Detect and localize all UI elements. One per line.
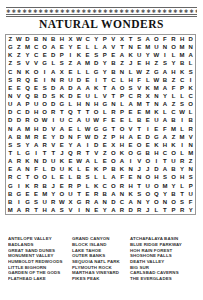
- grid-cell[interactable]: A: [15, 100, 24, 108]
- grid-cell[interactable]: W: [75, 157, 84, 165]
- grid-cell[interactable]: R: [40, 141, 49, 149]
- grid-cell[interactable]: L: [75, 125, 84, 133]
- grid-cell[interactable]: E: [126, 173, 135, 181]
- grid-cell[interactable]: S: [6, 141, 15, 149]
- grid-cell[interactable]: V: [66, 206, 75, 214]
- grid-cell[interactable]: H: [75, 100, 84, 108]
- grid-cell[interactable]: E: [126, 141, 135, 149]
- grid-cell[interactable]: A: [143, 35, 152, 43]
- grid-cell[interactable]: A: [126, 133, 135, 141]
- grid-cell[interactable]: O: [152, 181, 161, 189]
- grid-cell[interactable]: M: [143, 108, 152, 116]
- grid-cell[interactable]: L: [100, 108, 109, 116]
- grid-cell[interactable]: I: [40, 76, 49, 84]
- grid-cell[interactable]: G: [75, 198, 84, 206]
- grid-cell[interactable]: Y: [49, 190, 58, 198]
- grid-cell[interactable]: R: [15, 157, 24, 165]
- grid-cell[interactable]: H: [126, 76, 135, 84]
- grid-cell[interactable]: B: [169, 116, 178, 124]
- grid-cell[interactable]: T: [83, 149, 92, 157]
- grid-cell[interactable]: R: [92, 190, 101, 198]
- grid-cell[interactable]: U: [6, 100, 15, 108]
- grid-cell[interactable]: A: [6, 133, 15, 141]
- grid-cell[interactable]: V: [32, 59, 41, 67]
- grid-cell[interactable]: R: [75, 149, 84, 157]
- grid-cell[interactable]: N: [161, 198, 170, 206]
- grid-cell[interactable]: C: [66, 116, 75, 124]
- grid-cell[interactable]: W: [40, 116, 49, 124]
- grid-cell[interactable]: B: [6, 190, 15, 198]
- grid-cell[interactable]: Q: [23, 76, 32, 84]
- grid-cell[interactable]: V: [109, 43, 118, 51]
- grid-cell[interactable]: L: [169, 51, 178, 59]
- grid-cell[interactable]: D: [6, 108, 15, 116]
- grid-cell[interactable]: A: [58, 84, 67, 92]
- grid-cell[interactable]: I: [49, 116, 58, 124]
- grid-cell[interactable]: K: [143, 84, 152, 92]
- grid-cell[interactable]: A: [186, 51, 195, 59]
- grid-cell[interactable]: A: [75, 84, 84, 92]
- grid-cell[interactable]: D: [23, 108, 32, 116]
- grid-cell[interactable]: E: [75, 92, 84, 100]
- grid-cell[interactable]: W: [135, 68, 144, 76]
- grid-cell[interactable]: E: [58, 173, 67, 181]
- grid-cell[interactable]: B: [161, 76, 170, 84]
- grid-cell[interactable]: E: [58, 181, 67, 189]
- grid-cell[interactable]: O: [169, 149, 178, 157]
- grid-cell[interactable]: S: [161, 59, 170, 67]
- grid-cell[interactable]: T: [75, 190, 84, 198]
- grid-cell[interactable]: G: [40, 59, 49, 67]
- grid-cell[interactable]: T: [135, 181, 144, 189]
- grid-cell[interactable]: I: [75, 206, 84, 214]
- grid-cell[interactable]: L: [118, 100, 127, 108]
- grid-cell[interactable]: O: [109, 157, 118, 165]
- grid-cell[interactable]: K: [118, 149, 127, 157]
- grid-cell[interactable]: C: [6, 68, 15, 76]
- grid-cell[interactable]: B: [109, 59, 118, 67]
- grid-cell[interactable]: Y: [186, 206, 195, 214]
- grid-cell[interactable]: A: [75, 59, 84, 67]
- grid-cell[interactable]: M: [169, 125, 178, 133]
- grid-cell[interactable]: M: [23, 133, 32, 141]
- grid-cell[interactable]: K: [92, 165, 101, 173]
- grid-cell[interactable]: U: [58, 116, 67, 124]
- grid-cell[interactable]: U: [83, 92, 92, 100]
- grid-cell[interactable]: A: [161, 100, 170, 108]
- grid-cell[interactable]: K: [92, 181, 101, 189]
- grid-cell[interactable]: R: [32, 181, 41, 189]
- grid-cell[interactable]: A: [75, 116, 84, 124]
- grid-cell[interactable]: Y: [100, 59, 109, 67]
- grid-cell[interactable]: H: [92, 100, 101, 108]
- grid-cell[interactable]: U: [169, 157, 178, 165]
- grid-cell[interactable]: R: [118, 181, 127, 189]
- grid-cell[interactable]: N: [152, 100, 161, 108]
- grid-cell[interactable]: A: [126, 100, 135, 108]
- grid-cell[interactable]: E: [126, 108, 135, 116]
- grid-cell[interactable]: U: [135, 51, 144, 59]
- grid-cell[interactable]: A: [161, 165, 170, 173]
- grid-cell[interactable]: P: [118, 92, 127, 100]
- grid-cell[interactable]: T: [49, 149, 58, 157]
- grid-cell[interactable]: H: [32, 108, 41, 116]
- grid-cell[interactable]: T: [32, 206, 41, 214]
- grid-cell[interactable]: S: [40, 84, 49, 92]
- grid-cell[interactable]: K: [75, 51, 84, 59]
- grid-cell[interactable]: G: [92, 125, 101, 133]
- grid-cell[interactable]: I: [186, 76, 195, 84]
- grid-cell[interactable]: I: [40, 68, 49, 76]
- grid-cell[interactable]: E: [40, 51, 49, 59]
- grid-cell[interactable]: W: [15, 35, 24, 43]
- grid-cell[interactable]: P: [169, 206, 178, 214]
- grid-cell[interactable]: Z: [15, 43, 24, 51]
- grid-cell[interactable]: K: [58, 92, 67, 100]
- grid-cell[interactable]: B: [186, 116, 195, 124]
- grid-cell[interactable]: L: [178, 92, 187, 100]
- grid-cell[interactable]: Y: [100, 206, 109, 214]
- grid-cell[interactable]: O: [32, 116, 41, 124]
- grid-cell[interactable]: U: [58, 165, 67, 173]
- grid-cell[interactable]: O: [40, 173, 49, 181]
- grid-cell[interactable]: N: [49, 76, 58, 84]
- grid-cell[interactable]: D: [109, 198, 118, 206]
- grid-cell[interactable]: E: [6, 84, 15, 92]
- grid-cell[interactable]: C: [109, 76, 118, 84]
- grid-cell[interactable]: A: [15, 206, 24, 214]
- grid-cell[interactable]: T: [75, 108, 84, 116]
- grid-cell[interactable]: G: [23, 149, 32, 157]
- grid-cell[interactable]: M: [143, 43, 152, 51]
- grid-cell[interactable]: R: [49, 198, 58, 206]
- grid-cell[interactable]: Z: [6, 59, 15, 67]
- grid-cell[interactable]: U: [152, 43, 161, 51]
- grid-cell[interactable]: N: [186, 141, 195, 149]
- grid-cell[interactable]: T: [178, 190, 187, 198]
- grid-cell[interactable]: S: [126, 84, 135, 92]
- grid-cell[interactable]: H: [169, 68, 178, 76]
- grid-cell[interactable]: D: [49, 165, 58, 173]
- grid-cell[interactable]: T: [40, 149, 49, 157]
- grid-cell[interactable]: R: [169, 35, 178, 43]
- grid-cell[interactable]: Y: [23, 51, 32, 59]
- grid-cell[interactable]: O: [143, 173, 152, 181]
- grid-cell[interactable]: K: [152, 141, 161, 149]
- grid-cell[interactable]: N: [126, 165, 135, 173]
- grid-cell[interactable]: K: [58, 157, 67, 165]
- grid-cell[interactable]: I: [161, 51, 170, 59]
- grid-cell[interactable]: R: [118, 206, 127, 214]
- grid-cell[interactable]: R: [109, 108, 118, 116]
- grid-cell[interactable]: A: [100, 43, 109, 51]
- grid-cell[interactable]: Q: [66, 108, 75, 116]
- grid-cell[interactable]: D: [6, 116, 15, 124]
- grid-cell[interactable]: Y: [100, 68, 109, 76]
- grid-cell[interactable]: B: [178, 59, 187, 67]
- grid-cell[interactable]: G: [100, 100, 109, 108]
- grid-cell[interactable]: L: [83, 68, 92, 76]
- grid-cell[interactable]: H: [152, 173, 161, 181]
- grid-cell[interactable]: V: [186, 133, 195, 141]
- grid-cell[interactable]: S: [161, 173, 170, 181]
- grid-cell[interactable]: N: [40, 35, 49, 43]
- grid-cell[interactable]: T: [161, 206, 170, 214]
- grid-cell[interactable]: G: [152, 68, 161, 76]
- grid-cell[interactable]: N: [186, 165, 195, 173]
- grid-cell[interactable]: J: [126, 59, 135, 67]
- grid-cell[interactable]: Z: [66, 59, 75, 67]
- grid-cell[interactable]: Y: [161, 190, 170, 198]
- grid-cell[interactable]: O: [143, 190, 152, 198]
- grid-cell[interactable]: Z: [186, 157, 195, 165]
- grid-cell[interactable]: L: [92, 173, 101, 181]
- grid-cell[interactable]: A: [109, 206, 118, 214]
- grid-cell[interactable]: F: [135, 76, 144, 84]
- grid-cell[interactable]: Q: [152, 190, 161, 198]
- grid-cell[interactable]: B: [135, 116, 144, 124]
- grid-cell[interactable]: M: [135, 100, 144, 108]
- grid-cell[interactable]: G: [23, 198, 32, 206]
- grid-cell[interactable]: K: [6, 51, 15, 59]
- grid-cell[interactable]: F: [75, 133, 84, 141]
- grid-cell[interactable]: K: [66, 165, 75, 173]
- grid-cell[interactable]: Z: [169, 76, 178, 84]
- grid-cell[interactable]: L: [118, 76, 127, 84]
- grid-cell[interactable]: S: [186, 173, 195, 181]
- grid-cell[interactable]: P: [109, 133, 118, 141]
- grid-cell[interactable]: Q: [23, 84, 32, 92]
- grid-cell[interactable]: B: [32, 35, 41, 43]
- grid-cell[interactable]: Z: [143, 68, 152, 76]
- grid-cell[interactable]: H: [178, 173, 187, 181]
- grid-cell[interactable]: A: [161, 116, 170, 124]
- grid-cell[interactable]: I: [178, 116, 187, 124]
- grid-cell[interactable]: R: [58, 76, 67, 84]
- grid-cell[interactable]: W: [152, 51, 161, 59]
- grid-cell[interactable]: R: [49, 108, 58, 116]
- grid-cell[interactable]: S: [83, 173, 92, 181]
- grid-cell[interactable]: O: [32, 68, 41, 76]
- grid-cell[interactable]: C: [15, 173, 24, 181]
- grid-cell[interactable]: N: [6, 92, 15, 100]
- grid-cell[interactable]: X: [143, 92, 152, 100]
- grid-cell[interactable]: S: [15, 59, 24, 67]
- grid-cell[interactable]: K: [92, 84, 101, 92]
- grid-cell[interactable]: E: [23, 190, 32, 198]
- grid-cell[interactable]: B: [49, 35, 58, 43]
- grid-cell[interactable]: L: [92, 43, 101, 51]
- grid-cell[interactable]: N: [32, 157, 41, 165]
- grid-cell[interactable]: A: [109, 190, 118, 198]
- grid-cell[interactable]: U: [152, 116, 161, 124]
- grid-cell[interactable]: D: [66, 92, 75, 100]
- grid-cell[interactable]: T: [126, 35, 135, 43]
- grid-cell[interactable]: X: [66, 198, 75, 206]
- grid-cell[interactable]: D: [49, 84, 58, 92]
- grid-cell[interactable]: P: [100, 35, 109, 43]
- grid-cell[interactable]: A: [49, 206, 58, 214]
- grid-cell[interactable]: H: [40, 206, 49, 214]
- grid-cell[interactable]: Z: [15, 51, 24, 59]
- grid-cell[interactable]: N: [152, 92, 161, 100]
- grid-cell[interactable]: P: [118, 108, 127, 116]
- grid-cell[interactable]: P: [23, 100, 32, 108]
- grid-cell[interactable]: R: [178, 206, 187, 214]
- grid-cell[interactable]: E: [15, 84, 24, 92]
- grid-cell[interactable]: U: [66, 190, 75, 198]
- grid-cell[interactable]: L: [186, 59, 195, 67]
- grid-cell[interactable]: C: [126, 92, 135, 100]
- grid-cell[interactable]: L: [178, 149, 187, 157]
- grid-cell[interactable]: L: [186, 108, 195, 116]
- grid-cell[interactable]: V: [135, 157, 144, 165]
- grid-cell[interactable]: W: [178, 108, 187, 116]
- grid-cell[interactable]: O: [152, 198, 161, 206]
- grid-cell[interactable]: G: [135, 149, 144, 157]
- grid-cell[interactable]: B: [6, 198, 15, 206]
- grid-cell[interactable]: V: [15, 92, 24, 100]
- grid-cell[interactable]: V: [92, 149, 101, 157]
- grid-cell[interactable]: S: [92, 51, 101, 59]
- grid-cell[interactable]: D: [92, 59, 101, 67]
- grid-cell[interactable]: L: [126, 116, 135, 124]
- grid-cell[interactable]: O: [143, 157, 152, 165]
- grid-cell[interactable]: S: [135, 190, 144, 198]
- grid-cell[interactable]: K: [186, 84, 195, 92]
- grid-cell[interactable]: K: [23, 157, 32, 165]
- grid-cell[interactable]: R: [15, 76, 24, 84]
- grid-cell[interactable]: V: [126, 125, 135, 133]
- grid-cell[interactable]: F: [161, 35, 170, 43]
- grid-cell[interactable]: U: [40, 198, 49, 206]
- grid-cell[interactable]: N: [118, 68, 127, 76]
- grid-cell[interactable]: N: [161, 43, 170, 51]
- grid-cell[interactable]: B: [169, 165, 178, 173]
- grid-cell[interactable]: T: [109, 125, 118, 133]
- grid-cell[interactable]: Y: [169, 181, 178, 189]
- grid-cell[interactable]: A: [32, 141, 41, 149]
- grid-cell[interactable]: E: [152, 125, 161, 133]
- grid-cell[interactable]: T: [6, 149, 15, 157]
- grid-cell[interactable]: A: [161, 84, 170, 92]
- grid-cell[interactable]: G: [92, 68, 101, 76]
- grid-cell[interactable]: M: [23, 43, 32, 51]
- grid-cell[interactable]: C: [178, 76, 187, 84]
- grid-cell[interactable]: H: [178, 35, 187, 43]
- grid-cell[interactable]: K: [23, 68, 32, 76]
- grid-cell[interactable]: E: [58, 141, 67, 149]
- grid-cell[interactable]: M: [178, 43, 187, 51]
- grid-cell[interactable]: E: [32, 190, 41, 198]
- grid-cell[interactable]: B: [169, 190, 178, 198]
- grid-cell[interactable]: C: [118, 198, 127, 206]
- grid-cell[interactable]: Z: [169, 100, 178, 108]
- grid-cell[interactable]: I: [152, 157, 161, 165]
- grid-cell[interactable]: D: [143, 133, 152, 141]
- grid-cell[interactable]: N: [83, 206, 92, 214]
- grid-cell[interactable]: S: [178, 198, 187, 206]
- grid-cell[interactable]: E: [40, 133, 49, 141]
- grid-cell[interactable]: Y: [143, 51, 152, 59]
- grid-cell[interactable]: R: [186, 125, 195, 133]
- grid-cell[interactable]: E: [135, 133, 144, 141]
- grid-cell[interactable]: H: [118, 141, 127, 149]
- grid-cell[interactable]: B: [100, 190, 109, 198]
- grid-cell[interactable]: L: [143, 76, 152, 84]
- grid-cell[interactable]: E: [58, 43, 67, 51]
- grid-cell[interactable]: U: [66, 76, 75, 84]
- grid-cell[interactable]: K: [126, 51, 135, 59]
- grid-cell[interactable]: O: [169, 198, 178, 206]
- grid-cell[interactable]: T: [143, 100, 152, 108]
- grid-cell[interactable]: P: [178, 84, 187, 92]
- grid-cell[interactable]: N: [66, 133, 75, 141]
- grid-cell[interactable]: W: [75, 35, 84, 43]
- grid-cell[interactable]: Y: [49, 133, 58, 141]
- grid-cell[interactable]: E: [92, 206, 101, 214]
- grid-cell[interactable]: P: [100, 165, 109, 173]
- grid-cell[interactable]: I: [32, 149, 41, 157]
- grid-cell[interactable]: A: [109, 84, 118, 92]
- grid-cell[interactable]: O: [32, 173, 41, 181]
- grid-cell[interactable]: S: [135, 35, 144, 43]
- grid-cell[interactable]: E: [135, 108, 144, 116]
- grid-cell[interactable]: N: [135, 198, 144, 206]
- grid-cell[interactable]: H: [118, 133, 127, 141]
- grid-cell[interactable]: U: [32, 100, 41, 108]
- grid-cell[interactable]: E: [135, 59, 144, 67]
- grid-cell[interactable]: Y: [161, 92, 170, 100]
- grid-cell[interactable]: S: [49, 92, 58, 100]
- grid-cell[interactable]: N: [100, 198, 109, 206]
- grid-cell[interactable]: C: [161, 149, 170, 157]
- grid-cell[interactable]: H: [32, 125, 41, 133]
- grid-cell[interactable]: N: [6, 125, 15, 133]
- grid-cell[interactable]: M: [83, 59, 92, 67]
- grid-cell[interactable]: A: [58, 125, 67, 133]
- grid-cell[interactable]: C: [83, 35, 92, 43]
- grid-cell[interactable]: E: [83, 51, 92, 59]
- grid-cell[interactable]: D: [15, 116, 24, 124]
- grid-cell[interactable]: B: [15, 133, 24, 141]
- grid-cell[interactable]: B: [75, 173, 84, 181]
- grid-cell[interactable]: C: [32, 43, 41, 51]
- grid-cell[interactable]: N: [109, 100, 118, 108]
- grid-cell[interactable]: D: [40, 157, 49, 165]
- grid-cell[interactable]: D: [23, 35, 32, 43]
- grid-cell[interactable]: D: [186, 35, 195, 43]
- grid-cell[interactable]: E: [32, 76, 41, 84]
- grid-cell[interactable]: Y: [66, 141, 75, 149]
- grid-cell[interactable]: P: [58, 51, 67, 59]
- grid-cell[interactable]: A: [161, 133, 170, 141]
- grid-cell[interactable]: K: [126, 190, 135, 198]
- grid-cell[interactable]: I: [143, 125, 152, 133]
- grid-cell[interactable]: M: [6, 206, 15, 214]
- grid-cell[interactable]: S: [58, 206, 67, 214]
- grid-cell[interactable]: A: [118, 51, 127, 59]
- grid-cell[interactable]: Z: [6, 35, 15, 43]
- grid-cell[interactable]: S: [32, 198, 41, 206]
- grid-cell[interactable]: E: [143, 116, 152, 124]
- grid-cell[interactable]: S: [6, 76, 15, 84]
- grid-cell[interactable]: N: [83, 100, 92, 108]
- grid-cell[interactable]: R: [23, 206, 32, 214]
- grid-cell[interactable]: M: [186, 149, 195, 157]
- grid-cell[interactable]: G: [152, 133, 161, 141]
- grid-cell[interactable]: L: [83, 181, 92, 189]
